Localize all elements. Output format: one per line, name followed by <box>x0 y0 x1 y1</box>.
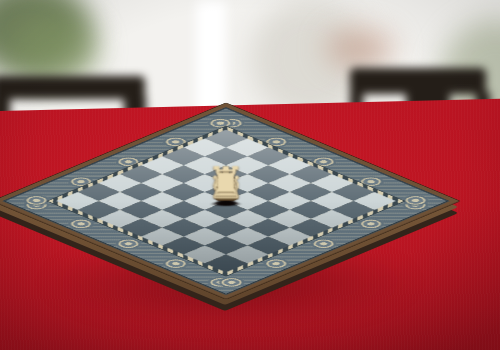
photo-scene: ♜♟♟♜♞♟♟♞♝♟♟♝♚♟♟♚♛♟♟♛♝♟♟♝♞♟♟♞♜♟♟♜ <box>0 0 500 350</box>
chair-right-top-rail <box>350 68 486 94</box>
window-roofline <box>325 28 395 68</box>
piece-white-rook-a1: ♜ <box>206 162 245 206</box>
window-greenery-light <box>8 14 98 84</box>
